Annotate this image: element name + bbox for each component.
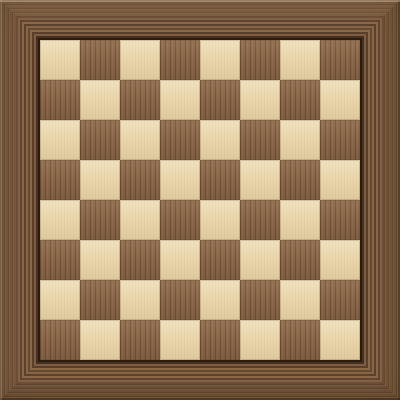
square-f8[interactable] — [240, 40, 280, 80]
square-b5[interactable] — [80, 160, 120, 200]
square-h7[interactable] — [320, 80, 360, 120]
square-d5[interactable] — [160, 160, 200, 200]
square-g1[interactable] — [280, 320, 320, 360]
square-e4[interactable] — [200, 200, 240, 240]
square-h5[interactable] — [320, 160, 360, 200]
square-g7[interactable] — [280, 80, 320, 120]
square-a5[interactable] — [40, 160, 80, 200]
square-f2[interactable] — [240, 280, 280, 320]
square-h2[interactable] — [320, 280, 360, 320]
square-c6[interactable] — [120, 120, 160, 160]
square-h6[interactable] — [320, 120, 360, 160]
square-e3[interactable] — [200, 240, 240, 280]
square-a4[interactable] — [40, 200, 80, 240]
square-e6[interactable] — [200, 120, 240, 160]
square-a8[interactable] — [40, 40, 80, 80]
square-a3[interactable] — [40, 240, 80, 280]
square-a7[interactable] — [40, 80, 80, 120]
square-b4[interactable] — [80, 200, 120, 240]
square-b2[interactable] — [80, 280, 120, 320]
square-e8[interactable] — [200, 40, 240, 80]
square-g5[interactable] — [280, 160, 320, 200]
square-c2[interactable] — [120, 280, 160, 320]
square-g4[interactable] — [280, 200, 320, 240]
square-f7[interactable] — [240, 80, 280, 120]
square-h3[interactable] — [320, 240, 360, 280]
frame-right — [360, 0, 400, 400]
square-d8[interactable] — [160, 40, 200, 80]
square-b1[interactable] — [80, 320, 120, 360]
square-c3[interactable] — [120, 240, 160, 280]
square-e7[interactable] — [200, 80, 240, 120]
square-g3[interactable] — [280, 240, 320, 280]
square-g2[interactable] — [280, 280, 320, 320]
square-f1[interactable] — [240, 320, 280, 360]
square-c1[interactable] — [120, 320, 160, 360]
square-b7[interactable] — [80, 80, 120, 120]
board-grid — [38, 38, 362, 362]
square-b8[interactable] — [80, 40, 120, 80]
chessboard — [0, 0, 400, 400]
square-e5[interactable] — [200, 160, 240, 200]
frame-left — [0, 0, 40, 400]
frame-top — [0, 0, 400, 40]
square-a2[interactable] — [40, 280, 80, 320]
square-d1[interactable] — [160, 320, 200, 360]
square-b3[interactable] — [80, 240, 120, 280]
square-d7[interactable] — [160, 80, 200, 120]
square-f6[interactable] — [240, 120, 280, 160]
square-d4[interactable] — [160, 200, 200, 240]
square-c8[interactable] — [120, 40, 160, 80]
square-d2[interactable] — [160, 280, 200, 320]
square-c7[interactable] — [120, 80, 160, 120]
square-b6[interactable] — [80, 120, 120, 160]
frame-bottom — [0, 360, 400, 400]
square-g6[interactable] — [280, 120, 320, 160]
square-c4[interactable] — [120, 200, 160, 240]
square-h1[interactable] — [320, 320, 360, 360]
square-d6[interactable] — [160, 120, 200, 160]
square-c5[interactable] — [120, 160, 160, 200]
square-f3[interactable] — [240, 240, 280, 280]
square-a1[interactable] — [40, 320, 80, 360]
square-f5[interactable] — [240, 160, 280, 200]
square-f4[interactable] — [240, 200, 280, 240]
square-d3[interactable] — [160, 240, 200, 280]
square-h8[interactable] — [320, 40, 360, 80]
square-g8[interactable] — [280, 40, 320, 80]
square-e1[interactable] — [200, 320, 240, 360]
square-h4[interactable] — [320, 200, 360, 240]
square-a6[interactable] — [40, 120, 80, 160]
square-e2[interactable] — [200, 280, 240, 320]
